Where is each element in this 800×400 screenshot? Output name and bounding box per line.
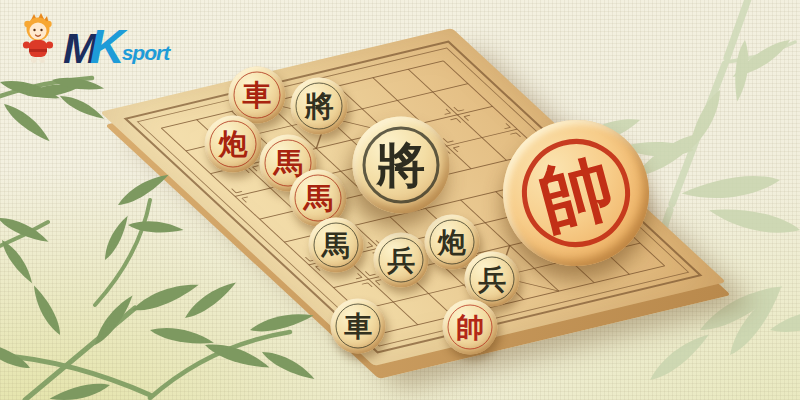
logo-suffix: sport <box>122 42 170 63</box>
piece-red-general: 帥 <box>443 300 498 355</box>
logo-wordmark: M K sport <box>63 28 169 66</box>
piece-black-soldier-a: 兵 <box>374 233 429 288</box>
piece-black-chariot: 車 <box>331 299 386 354</box>
logo-letter-k: K <box>90 28 124 66</box>
piece-character: 炮 <box>219 130 248 159</box>
piece-black-soldier-b: 兵 <box>465 252 520 307</box>
piece-black-general-large: 將 <box>353 117 450 214</box>
piece-character: 將 <box>377 141 426 190</box>
piece-character: 帥 <box>456 313 484 341</box>
piece-character: 馬 <box>304 184 333 213</box>
piece-character: 炮 <box>438 228 466 256</box>
piece-character: 車 <box>344 312 372 340</box>
piece-character: 將 <box>305 92 334 121</box>
piece-red-cannon: 炮 <box>205 116 262 173</box>
piece-black-general: 將 <box>291 78 348 135</box>
piece-character: 馬 <box>322 231 350 259</box>
piece-character: 兵 <box>387 246 415 274</box>
piece-character: 馬 <box>274 149 303 178</box>
mksport-logo[interactable]: M K sport <box>14 8 169 66</box>
piece-black-horse: 馬 <box>309 218 364 273</box>
tiger-mascot-icon <box>14 12 62 66</box>
piece-character: 兵 <box>478 265 506 293</box>
promo-banner[interactable]: 車將炮馬馬將馬兵炮兵車帥帥 <box>0 0 800 400</box>
piece-character: 車 <box>243 81 272 110</box>
